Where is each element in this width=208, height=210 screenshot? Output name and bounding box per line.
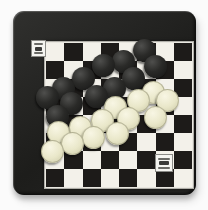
board-cell-r7c2 [83,169,101,187]
board-cell-r5c0 [46,133,64,151]
board-cell-r2c3 [101,79,119,97]
board-cell-r3c3 [101,97,119,115]
board-cell-r0c1 [64,43,82,61]
board-cell-r1c3 [101,61,119,79]
board-cell-r0c7 [174,43,192,61]
board-cell-r2c0 [46,79,64,97]
board-cell-r3c5 [137,97,155,115]
board-cell-r4c3 [101,115,119,133]
board-cell-r5c7 [174,133,192,151]
board-cell-r1c1 [64,61,82,79]
sticker-text-smudge [34,43,43,45]
board-cell-r1c7 [174,61,192,79]
board-cell-r0c0 [46,43,64,61]
product-photo [0,0,208,210]
board-cell-r6c5 [137,151,155,169]
board-cell-r1c4 [119,61,137,79]
board-cell-r2c6 [156,79,174,97]
board-cell-r4c2 [83,115,101,133]
sticker-text-smudge [34,52,43,54]
board-cell-r6c3 [101,151,119,169]
board-cell-r6c2 [83,151,101,169]
brand-label-icon [31,40,46,57]
board-cell-r5c1 [64,133,82,151]
board-cell-r7c7 [174,169,192,187]
board-cell-r4c6 [156,115,174,133]
board-cell-r4c0 [46,115,64,133]
board-cell-r2c1 [64,79,82,97]
board-cell-r7c5 [137,169,155,187]
board-cell-r3c0 [46,97,64,115]
sticker-text-smudge [158,158,170,160]
board-cell-r6c7 [174,151,192,169]
board-cell-r0c3 [101,43,119,61]
sticker-text-smudge [158,167,170,169]
board-cell-r5c6 [156,133,174,151]
board-cell-r1c6 [156,61,174,79]
board-cell-r1c0 [46,61,64,79]
sticker-logo-smudge [35,47,42,51]
board-cell-r7c0 [46,169,64,187]
board-cell-r3c7 [174,97,192,115]
board-cell-r5c3 [101,133,119,151]
board-cell-r4c1 [64,115,82,133]
board-cell-r0c6 [156,43,174,61]
board-cell-r2c2 [83,79,101,97]
board-cell-r7c4 [119,169,137,187]
board-cell-r2c7 [174,79,192,97]
board-cell-r3c1 [64,97,82,115]
board-cell-r2c5 [137,79,155,97]
board-cell-r2c4 [119,79,137,97]
board-cell-r4c5 [137,115,155,133]
board-cell-r4c7 [174,115,192,133]
board-cell-r1c2 [83,61,101,79]
board-cell-r6c4 [119,151,137,169]
board-cell-r1c5 [137,61,155,79]
board-cell-r3c2 [83,97,101,115]
board-cell-r0c5 [137,43,155,61]
sticker-logo-smudge [159,161,169,165]
board-cell-r0c2 [83,43,101,61]
board-cell-r5c5 [137,133,155,151]
board-cell-r0c4 [119,43,137,61]
board-cell-r6c1 [64,151,82,169]
board-cell-r6c0 [46,151,64,169]
brand-label-icon [155,154,173,172]
board-cell-r4c4 [119,115,137,133]
board-cell-r3c6 [156,97,174,115]
board-cell-r7c3 [101,169,119,187]
board-cell-r5c4 [119,133,137,151]
board-cell-r3c4 [119,97,137,115]
board-cell-r5c2 [83,133,101,151]
board-cell-r7c1 [64,169,82,187]
